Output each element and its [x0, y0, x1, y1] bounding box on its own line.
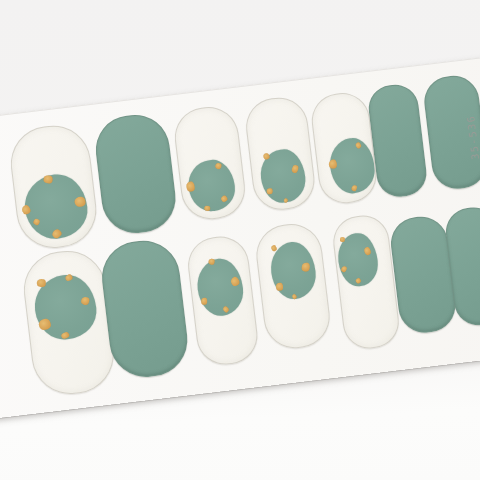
gold-fleck — [351, 184, 358, 191]
gold-fleck — [291, 164, 299, 173]
green-blob — [268, 240, 319, 302]
gold-fleck — [39, 318, 52, 330]
gold-fleck — [271, 245, 278, 252]
gold-fleck — [74, 197, 85, 208]
gold-fleck — [222, 305, 230, 313]
gold-fleck — [363, 246, 371, 255]
gold-fleck — [292, 293, 298, 299]
green-blob — [21, 171, 90, 242]
gold-fleck — [186, 181, 196, 191]
gold-fleck — [61, 331, 70, 339]
nail-sticker-bottom-3 — [185, 233, 261, 367]
green-blob — [194, 257, 246, 319]
nail-sticker-top-1 — [7, 121, 101, 252]
gold-fleck — [262, 152, 270, 160]
gold-fleck — [50, 228, 62, 239]
green-blob — [31, 271, 99, 343]
gold-fleck — [64, 273, 73, 282]
nail-wrap-sheet: 35-536 — [0, 52, 480, 419]
gold-fleck — [33, 218, 41, 226]
gold-fleck — [204, 206, 210, 212]
nail-sticker-bottom-5 — [330, 213, 401, 352]
gold-fleck — [340, 265, 347, 273]
gold-fleck — [301, 262, 310, 272]
nail-sticker-bottom-4 — [253, 221, 333, 352]
green-blob — [258, 147, 307, 206]
green-blob — [336, 231, 381, 289]
gold-fleck — [283, 198, 289, 204]
gold-fleck — [201, 297, 207, 304]
gold-fleck — [21, 204, 32, 215]
green-blob — [186, 157, 238, 214]
gold-fleck — [43, 174, 54, 184]
gold-fleck — [229, 276, 240, 287]
photo-background: 35-536 — [0, 0, 480, 480]
gold-fleck — [339, 236, 345, 242]
gold-fleck — [329, 159, 337, 168]
gold-fleck — [276, 283, 283, 291]
gold-fleck — [81, 296, 91, 306]
gold-fleck — [220, 194, 229, 202]
gold-fleck — [266, 188, 272, 195]
gold-fleck — [355, 141, 362, 148]
nail-sticker-top-4 — [243, 94, 318, 213]
green-blob — [327, 136, 377, 196]
gold-fleck — [36, 278, 46, 287]
gold-fleck — [214, 162, 222, 170]
gold-fleck — [208, 258, 216, 266]
gold-fleck — [355, 277, 362, 284]
nail-sticker-top-3 — [171, 104, 248, 223]
nail-sticker-top-2 — [92, 111, 179, 237]
